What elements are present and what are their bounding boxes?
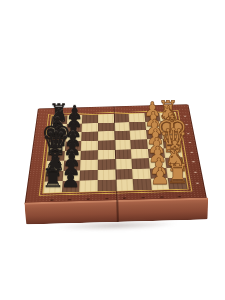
square-b8 [45, 171, 63, 182]
square-d5 [98, 150, 115, 160]
square-a8 [43, 181, 62, 193]
coordinate-mark [189, 142, 191, 143]
square-f4 [114, 131, 131, 140]
coordinate-mark [160, 196, 163, 197]
square-f3 [130, 130, 147, 139]
square-c1 [165, 157, 184, 168]
square-c6 [80, 160, 97, 171]
square-f2 [146, 130, 163, 139]
square-c2 [149, 158, 167, 169]
square-b3 [132, 168, 150, 179]
square-f5 [98, 131, 114, 140]
square-d1 [164, 148, 182, 158]
square-b2 [149, 168, 168, 179]
coordinate-mark [191, 152, 193, 153]
product-photo-scene: ♜♟♟♜♞♟♟♞♝♟♟♝♚♟♟♚♛♟♟♛♝♟♟♝♞♟♟♞♜♟♟♜ [0, 0, 225, 300]
square-b4 [115, 169, 133, 180]
square-c7 [63, 160, 81, 171]
square-a2 [150, 178, 169, 189]
square-e2 [147, 139, 165, 149]
square-c5 [98, 159, 115, 170]
square-e5 [98, 140, 115, 150]
square-d4 [114, 149, 131, 159]
square-a4 [115, 179, 133, 190]
square-a7 [61, 181, 79, 193]
coordinate-mark [192, 161, 194, 162]
square-e4 [114, 140, 131, 150]
square-f6 [81, 132, 97, 141]
square-b7 [62, 170, 80, 181]
coordinate-mark [196, 182, 198, 183]
coordinate-mark [186, 124, 188, 125]
square-d8 [47, 151, 65, 161]
square-a6 [79, 180, 97, 191]
square-e8 [48, 142, 65, 152]
square-b1 [167, 167, 186, 178]
coordinate-mark [105, 198, 108, 199]
coordinate-mark [68, 199, 71, 200]
coordinate-mark [178, 196, 182, 197]
square-d6 [81, 150, 98, 160]
square-b6 [80, 170, 98, 181]
chess-board [25, 104, 208, 204]
square-e1 [163, 138, 181, 148]
square-d7 [64, 150, 81, 160]
square-e3 [130, 139, 147, 149]
square-c3 [132, 158, 150, 169]
square-c4 [115, 159, 133, 170]
square-a3 [133, 179, 152, 190]
square-a1 [168, 178, 187, 189]
coordinate-mark [50, 199, 53, 200]
coordinate-mark [184, 116, 186, 117]
square-d2 [148, 148, 166, 158]
coordinate-mark [194, 172, 196, 173]
square-b5 [98, 169, 116, 180]
square-e7 [64, 141, 81, 151]
coordinate-mark [87, 198, 90, 199]
square-e6 [81, 141, 98, 151]
square-c8 [46, 161, 64, 172]
square-a5 [97, 180, 115, 191]
square-d3 [131, 149, 149, 159]
square-f1 [162, 129, 179, 138]
coordinate-mark [187, 133, 189, 134]
coordinate-mark [141, 197, 144, 198]
board-frame [25, 104, 208, 204]
coordinate-mark [123, 197, 126, 198]
chess-set [0, 0, 225, 300]
